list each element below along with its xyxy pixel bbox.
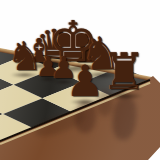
chess-set-photo: ♛♝♝♚♞♟♟♞♟♜ bbox=[0, 0, 160, 160]
chess-piece-rook: ♜ bbox=[99, 47, 149, 97]
